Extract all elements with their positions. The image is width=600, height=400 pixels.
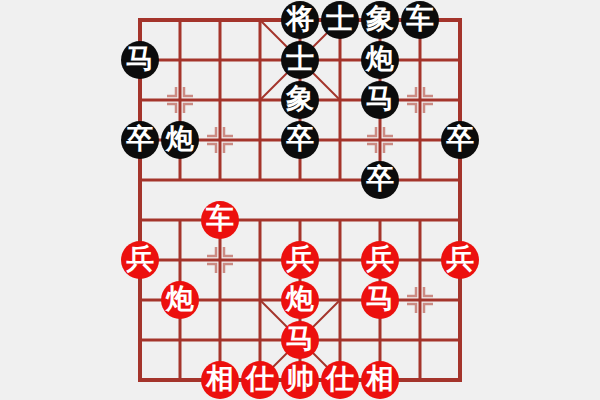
piece-red-仕[interactable]: 仕 <box>321 361 359 399</box>
piece-red-帅[interactable]: 帅 <box>281 361 319 399</box>
piece-black-卒[interactable]: 卒 <box>281 121 319 159</box>
xiangqi-board[interactable]: 将士象车马士炮象马卒炮卒卒卒车兵兵兵兵炮炮马马相仕帅仕相 <box>120 0 480 400</box>
piece-red-兵[interactable]: 兵 <box>281 241 319 279</box>
piece-black-马[interactable]: 马 <box>121 41 159 79</box>
piece-red-马[interactable]: 马 <box>361 281 399 319</box>
piece-red-兵[interactable]: 兵 <box>361 241 399 279</box>
piece-black-士[interactable]: 士 <box>281 41 319 79</box>
piece-black-象[interactable]: 象 <box>361 1 399 39</box>
piece-red-相[interactable]: 相 <box>201 361 239 399</box>
piece-red-炮[interactable]: 炮 <box>281 281 319 319</box>
piece-black-炮[interactable]: 炮 <box>361 41 399 79</box>
piece-black-卒[interactable]: 卒 <box>361 161 399 199</box>
piece-black-车[interactable]: 车 <box>401 1 439 39</box>
xiangqi-app: 将士象车马士炮象马卒炮卒卒卒车兵兵兵兵炮炮马马相仕帅仕相 <box>0 0 600 400</box>
piece-black-卒[interactable]: 卒 <box>441 121 479 159</box>
piece-red-兵[interactable]: 兵 <box>441 241 479 279</box>
piece-red-仕[interactable]: 仕 <box>241 361 279 399</box>
piece-red-车[interactable]: 车 <box>201 201 239 239</box>
piece-red-相[interactable]: 相 <box>361 361 399 399</box>
piece-black-马[interactable]: 马 <box>361 81 399 119</box>
piece-red-炮[interactable]: 炮 <box>161 281 199 319</box>
piece-black-象[interactable]: 象 <box>281 81 319 119</box>
piece-black-士[interactable]: 士 <box>321 1 359 39</box>
piece-black-炮[interactable]: 炮 <box>161 121 199 159</box>
piece-black-卒[interactable]: 卒 <box>121 121 159 159</box>
piece-red-兵[interactable]: 兵 <box>121 241 159 279</box>
piece-red-马[interactable]: 马 <box>281 321 319 359</box>
piece-black-将[interactable]: 将 <box>281 1 319 39</box>
